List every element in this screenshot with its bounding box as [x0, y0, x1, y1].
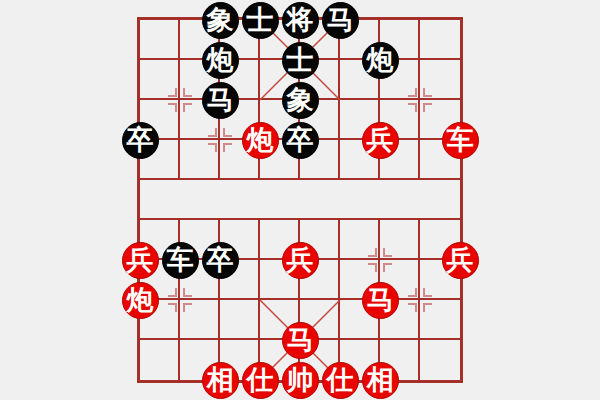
red-soldier-piece[interactable]: 兵 — [442, 242, 479, 279]
xiangqi-board[interactable]: 象士将马炮士炮马象卒卒车卒炮兵车兵兵兵炮马马相仕帅仕相 — [137, 17, 463, 383]
black-horse-piece[interactable]: 马 — [322, 2, 359, 39]
black-soldier-piece[interactable]: 卒 — [122, 122, 159, 159]
red-soldier-piece[interactable]: 兵 — [282, 242, 319, 279]
red-elephant-piece[interactable]: 相 — [202, 362, 239, 399]
black-horse-piece[interactable]: 马 — [202, 82, 239, 119]
black-soldier-piece[interactable]: 卒 — [202, 242, 239, 279]
black-cannon-piece[interactable]: 炮 — [362, 42, 399, 79]
red-horse-piece[interactable]: 马 — [282, 322, 319, 359]
black-elephant-piece[interactable]: 象 — [282, 82, 319, 119]
black-chariot-piece[interactable]: 车 — [162, 242, 199, 279]
red-general-piece[interactable]: 帅 — [282, 362, 319, 399]
black-cannon-piece[interactable]: 炮 — [202, 42, 239, 79]
black-elephant-piece[interactable]: 象 — [202, 2, 239, 39]
red-advisor-piece[interactable]: 仕 — [322, 362, 359, 399]
pieces-layer: 象士将马炮士炮马象卒卒车卒炮兵车兵兵兵炮马马相仕帅仕相 — [140, 20, 460, 380]
black-advisor-piece[interactable]: 士 — [242, 2, 279, 39]
red-horse-piece[interactable]: 马 — [362, 282, 399, 319]
black-advisor-piece[interactable]: 士 — [282, 42, 319, 79]
red-soldier-piece[interactable]: 兵 — [122, 242, 159, 279]
red-cannon-piece[interactable]: 炮 — [242, 122, 279, 159]
black-general-piece[interactable]: 将 — [282, 2, 319, 39]
black-soldier-piece[interactable]: 卒 — [282, 122, 319, 159]
xiangqi-app-canvas: 象士将马炮士炮马象卒卒车卒炮兵车兵兵兵炮马马相仕帅仕相 — [0, 0, 600, 400]
red-elephant-piece[interactable]: 相 — [362, 362, 399, 399]
red-chariot-piece[interactable]: 车 — [442, 122, 479, 159]
red-advisor-piece[interactable]: 仕 — [242, 362, 279, 399]
red-cannon-piece[interactable]: 炮 — [122, 282, 159, 319]
red-soldier-piece[interactable]: 兵 — [362, 122, 399, 159]
